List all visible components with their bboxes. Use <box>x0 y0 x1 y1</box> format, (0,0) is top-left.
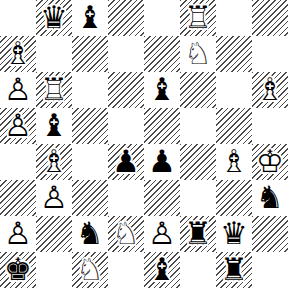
square-h2[interactable] <box>252 216 288 252</box>
square-c3[interactable] <box>72 180 108 216</box>
square-e7[interactable] <box>144 36 180 72</box>
square-b4[interactable]: ♝♗ <box>36 144 72 180</box>
square-h8[interactable] <box>252 0 288 36</box>
square-h3[interactable]: ♞ <box>252 180 288 216</box>
square-c5[interactable] <box>72 108 108 144</box>
square-b6[interactable]: ♜♖ <box>36 72 72 108</box>
square-c8[interactable]: ♝ <box>72 0 108 36</box>
square-e1[interactable]: ♝ <box>144 252 180 288</box>
square-b5[interactable]: ♝ <box>36 108 72 144</box>
square-e5[interactable] <box>144 108 180 144</box>
square-g3[interactable] <box>216 180 252 216</box>
white-bishop: ♝♗ <box>216 144 252 180</box>
square-f2[interactable]: ♜ <box>180 216 216 252</box>
square-g5[interactable] <box>216 108 252 144</box>
square-f1[interactable] <box>180 252 216 288</box>
square-f7[interactable]: ♞♘ <box>180 36 216 72</box>
square-d8[interactable] <box>108 0 144 36</box>
square-b2[interactable] <box>36 216 72 252</box>
white-bishop: ♝♗ <box>0 36 36 72</box>
square-e2[interactable]: ♟♙ <box>144 216 180 252</box>
white-king: ♚♔ <box>252 144 288 180</box>
white-knight: ♞♘ <box>108 216 144 252</box>
square-d6[interactable] <box>108 72 144 108</box>
square-d2[interactable]: ♞♘ <box>108 216 144 252</box>
square-d4[interactable]: ♟ <box>108 144 144 180</box>
square-a3[interactable] <box>0 180 36 216</box>
white-bishop: ♝♗ <box>252 72 288 108</box>
square-a5[interactable]: ♟♙ <box>0 108 36 144</box>
square-b3[interactable]: ♟♙ <box>36 180 72 216</box>
black-bishop: ♝ <box>36 108 72 144</box>
square-c4[interactable] <box>72 144 108 180</box>
square-g2[interactable]: ♛ <box>216 216 252 252</box>
square-e3[interactable] <box>144 180 180 216</box>
square-b7[interactable] <box>36 36 72 72</box>
square-c6[interactable] <box>72 72 108 108</box>
square-a1[interactable]: ♚ <box>0 252 36 288</box>
square-e4[interactable]: ♟ <box>144 144 180 180</box>
white-pawn: ♟♙ <box>0 72 36 108</box>
square-h5[interactable] <box>252 108 288 144</box>
square-g4[interactable]: ♝♗ <box>216 144 252 180</box>
black-pawn: ♟ <box>108 144 144 180</box>
square-f5[interactable] <box>180 108 216 144</box>
square-d7[interactable] <box>108 36 144 72</box>
square-g1[interactable]: ♜ <box>216 252 252 288</box>
black-bishop: ♝ <box>144 72 180 108</box>
square-f6[interactable] <box>180 72 216 108</box>
white-pawn: ♟♙ <box>144 216 180 252</box>
chess-board: ♛♝♜♖♝♗♞♘♟♙♜♖♝♝♗♟♙♝♝♗♟♟♝♗♚♔♟♙♞♟♙♞♞♘♟♙♜♛♚♞… <box>0 0 288 288</box>
square-f8[interactable]: ♜♖ <box>180 0 216 36</box>
square-a4[interactable] <box>0 144 36 180</box>
square-h6[interactable]: ♝♗ <box>252 72 288 108</box>
white-rook: ♜♖ <box>180 0 216 36</box>
square-a2[interactable]: ♟♙ <box>0 216 36 252</box>
black-bishop: ♝ <box>144 252 180 288</box>
black-king: ♚ <box>0 252 36 288</box>
black-knight: ♞ <box>72 216 108 252</box>
black-queen: ♛ <box>216 216 252 252</box>
black-rook: ♜ <box>216 252 252 288</box>
white-rook: ♜♖ <box>36 72 72 108</box>
square-c2[interactable]: ♞ <box>72 216 108 252</box>
black-pawn: ♟ <box>144 144 180 180</box>
square-a6[interactable]: ♟♙ <box>0 72 36 108</box>
square-b8[interactable]: ♛ <box>36 0 72 36</box>
square-e8[interactable] <box>144 0 180 36</box>
square-a7[interactable]: ♝♗ <box>0 36 36 72</box>
square-h7[interactable] <box>252 36 288 72</box>
black-bishop: ♝ <box>72 0 108 36</box>
white-pawn: ♟♙ <box>0 108 36 144</box>
square-g8[interactable] <box>216 0 252 36</box>
square-f4[interactable] <box>180 144 216 180</box>
square-a8[interactable] <box>0 0 36 36</box>
black-queen: ♛ <box>36 0 72 36</box>
square-c1[interactable]: ♞♘ <box>72 252 108 288</box>
square-f3[interactable] <box>180 180 216 216</box>
white-knight: ♞♘ <box>72 252 108 288</box>
square-h4[interactable]: ♚♔ <box>252 144 288 180</box>
square-g6[interactable] <box>216 72 252 108</box>
square-d1[interactable] <box>108 252 144 288</box>
square-b1[interactable] <box>36 252 72 288</box>
square-d3[interactable] <box>108 180 144 216</box>
black-knight: ♞ <box>252 180 288 216</box>
square-g7[interactable] <box>216 36 252 72</box>
white-pawn: ♟♙ <box>0 216 36 252</box>
white-knight: ♞♘ <box>180 36 216 72</box>
square-c7[interactable] <box>72 36 108 72</box>
square-d5[interactable] <box>108 108 144 144</box>
black-rook: ♜ <box>180 216 216 252</box>
white-pawn: ♟♙ <box>36 180 72 216</box>
square-e6[interactable]: ♝ <box>144 72 180 108</box>
white-bishop: ♝♗ <box>36 144 72 180</box>
square-h1[interactable] <box>252 252 288 288</box>
